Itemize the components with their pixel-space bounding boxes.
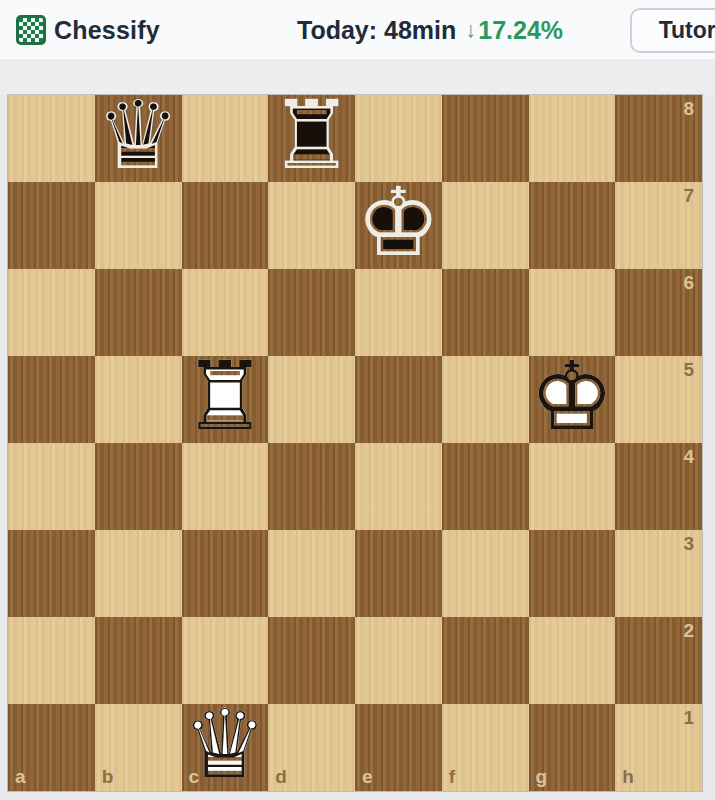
square-f1[interactable]: f [442,704,529,791]
square-h8[interactable]: 8 [615,95,702,182]
file-label-a: a [15,766,26,788]
trend-indicator: ↓ 17.24% [465,16,563,45]
rank-label-4: 4 [683,446,694,468]
square-f4[interactable] [442,443,529,530]
square-c4[interactable] [182,443,269,530]
trend-percentage: 17.24% [478,16,563,45]
square-d4[interactable] [268,443,355,530]
square-b6[interactable] [95,269,182,356]
square-g4[interactable] [529,443,616,530]
square-e6[interactable] [355,269,442,356]
today-time-label: Today: 48min [297,16,456,45]
down-arrow-icon: ↓ [465,17,476,43]
square-g5[interactable]: ♚♔ [529,356,616,443]
square-f2[interactable] [442,617,529,704]
square-f3[interactable] [442,530,529,617]
tutorial-button[interactable]: Tutorial [630,8,715,53]
chessify-checkerboard-icon [16,15,46,45]
square-c2[interactable] [182,617,269,704]
square-e5[interactable] [355,356,442,443]
file-label-d: d [275,766,287,788]
square-e4[interactable] [355,443,442,530]
square-c5[interactable]: ♜♖ [182,356,269,443]
square-e2[interactable] [355,617,442,704]
rank-label-5: 5 [683,359,694,381]
square-f6[interactable] [442,269,529,356]
header-board-gap [0,61,715,95]
piece-black-rook[interactable]: ♜♖ [268,95,355,182]
square-a2[interactable] [8,617,95,704]
daily-stats: Today: 48min ↓ 17.24% [297,0,563,60]
square-g6[interactable] [529,269,616,356]
chess-board: ♛♕♜♖8♚♔76♜♖♚♔5432abc♛♕defgh1 [8,95,702,791]
chessify-logo[interactable]: Chessify [16,0,160,60]
file-label-b: b [102,766,114,788]
square-b8[interactable]: ♛♕ [95,95,182,182]
square-e3[interactable] [355,530,442,617]
top-bar: Chessify Today: 48min ↓ 17.24% Tutorial [0,0,715,60]
square-h6[interactable]: 6 [615,269,702,356]
square-d3[interactable] [268,530,355,617]
square-h3[interactable]: 3 [615,530,702,617]
square-c1[interactable]: c♛♕ [182,704,269,791]
file-label-g: g [536,766,548,788]
rank-label-1: 1 [683,707,694,729]
square-e1[interactable]: e [355,704,442,791]
square-c6[interactable] [182,269,269,356]
square-d6[interactable] [268,269,355,356]
square-d7[interactable] [268,182,355,269]
brand-name: Chessify [54,16,160,45]
square-e7[interactable]: ♚♔ [355,182,442,269]
square-h5[interactable]: 5 [615,356,702,443]
square-g1[interactable]: g [529,704,616,791]
square-a6[interactable] [8,269,95,356]
square-a1[interactable]: a [8,704,95,791]
piece-white-rook[interactable]: ♜♖ [182,356,269,443]
square-h2[interactable]: 2 [615,617,702,704]
rank-label-8: 8 [683,98,694,120]
square-h1[interactable]: h1 [615,704,702,791]
square-a7[interactable] [8,182,95,269]
piece-white-king[interactable]: ♚♔ [529,356,616,443]
square-b5[interactable] [95,356,182,443]
square-a3[interactable] [8,530,95,617]
square-d8[interactable]: ♜♖ [268,95,355,182]
square-g8[interactable] [529,95,616,182]
square-f8[interactable] [442,95,529,182]
rank-label-6: 6 [683,272,694,294]
file-label-f: f [449,766,455,788]
piece-white-queen[interactable]: ♛♕ [182,704,269,791]
square-h4[interactable]: 4 [615,443,702,530]
file-label-e: e [362,766,373,788]
piece-black-king[interactable]: ♚♔ [355,182,442,269]
square-b2[interactable] [95,617,182,704]
square-b3[interactable] [95,530,182,617]
file-label-h: h [622,766,634,788]
square-c3[interactable] [182,530,269,617]
square-d1[interactable]: d [268,704,355,791]
square-d5[interactable] [268,356,355,443]
square-b4[interactable] [95,443,182,530]
piece-black-queen[interactable]: ♛♕ [95,95,182,182]
rank-label-3: 3 [683,533,694,555]
square-g3[interactable] [529,530,616,617]
square-g7[interactable] [529,182,616,269]
square-c8[interactable] [182,95,269,182]
rank-label-2: 2 [683,620,694,642]
rank-label-7: 7 [683,185,694,207]
square-a4[interactable] [8,443,95,530]
square-h7[interactable]: 7 [615,182,702,269]
square-b7[interactable] [95,182,182,269]
square-a5[interactable] [8,356,95,443]
square-g2[interactable] [529,617,616,704]
square-e8[interactable] [355,95,442,182]
square-b1[interactable]: b [95,704,182,791]
square-c7[interactable] [182,182,269,269]
square-f7[interactable] [442,182,529,269]
square-d2[interactable] [268,617,355,704]
square-a8[interactable] [8,95,95,182]
square-f5[interactable] [442,356,529,443]
